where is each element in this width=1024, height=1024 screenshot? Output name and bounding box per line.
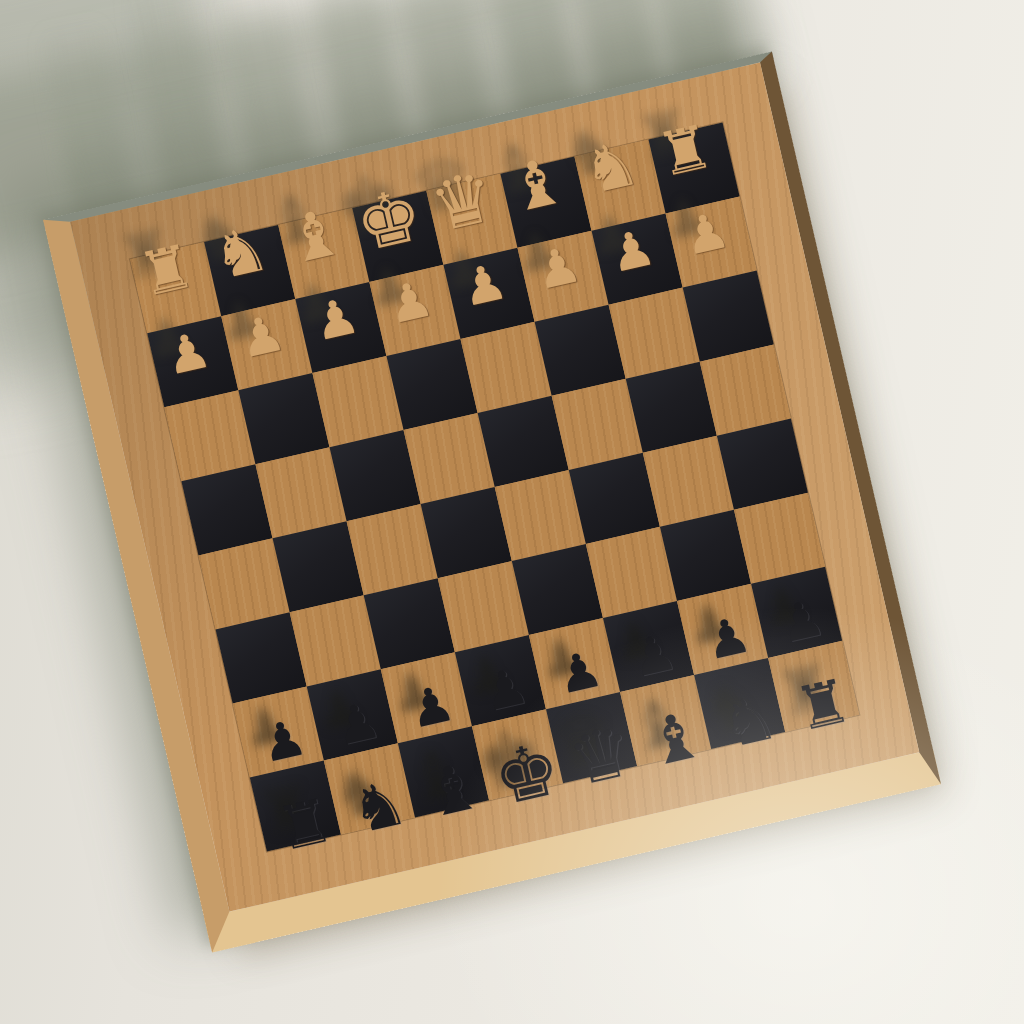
black-pawn[interactable]: ♟ [626, 626, 681, 685]
black-pawn[interactable]: ♟ [700, 609, 755, 668]
white-rook[interactable]: ♜ [652, 115, 718, 186]
black-knight[interactable]: ♞ [715, 685, 783, 758]
white-pawn[interactable]: ♟ [679, 205, 734, 264]
white-pawn[interactable]: ♟ [605, 222, 660, 281]
white-bishop[interactable]: ♝ [279, 198, 349, 273]
board-face: ♜♞♝♚♛♝♞♜♟♟♟♟♟♟♟♟♟♟♟♟♟♟♟♟♜♞♝♚♛♝♞♜ [70, 62, 919, 911]
white-pawn[interactable]: ♟ [531, 239, 586, 298]
white-pawn[interactable]: ♟ [160, 324, 215, 383]
white-rook[interactable]: ♜ [134, 235, 200, 306]
white-bishop[interactable]: ♝ [502, 147, 572, 222]
white-knight[interactable]: ♞ [207, 217, 275, 290]
white-pawn[interactable]: ♟ [457, 256, 512, 315]
black-pawn[interactable]: ♟ [478, 660, 533, 719]
square-7-7[interactable]: ♜ [768, 641, 859, 732]
black-knight[interactable]: ♞ [345, 771, 413, 844]
board-grid: ♜♞♝♚♛♝♞♜♟♟♟♟♟♟♟♟♟♟♟♟♟♟♟♟♜♞♝♚♛♝♞♜ [130, 122, 859, 851]
black-rook[interactable]: ♜ [272, 789, 338, 860]
black-pawn[interactable]: ♟ [774, 592, 829, 651]
black-pawn[interactable]: ♟ [404, 677, 459, 736]
white-knight[interactable]: ♞ [577, 131, 645, 204]
black-bishop[interactable]: ♝ [640, 701, 710, 776]
black-pawn[interactable]: ♟ [552, 643, 607, 702]
black-pawn[interactable]: ♟ [256, 712, 311, 771]
black-rook[interactable]: ♜ [790, 669, 856, 740]
black-pawn[interactable]: ♟ [330, 695, 385, 754]
black-bishop[interactable]: ♝ [418, 753, 488, 828]
white-pawn[interactable]: ♟ [383, 273, 438, 332]
photo-scene: ♜♞♝♚♛♝♞♜♟♟♟♟♟♟♟♟♟♟♟♟♟♟♟♟♜♞♝♚♛♝♞♜ [0, 0, 1024, 1024]
white-pawn[interactable]: ♟ [308, 290, 363, 349]
white-queen[interactable]: ♛ [424, 161, 501, 243]
white-pawn[interactable]: ♟ [234, 307, 289, 366]
